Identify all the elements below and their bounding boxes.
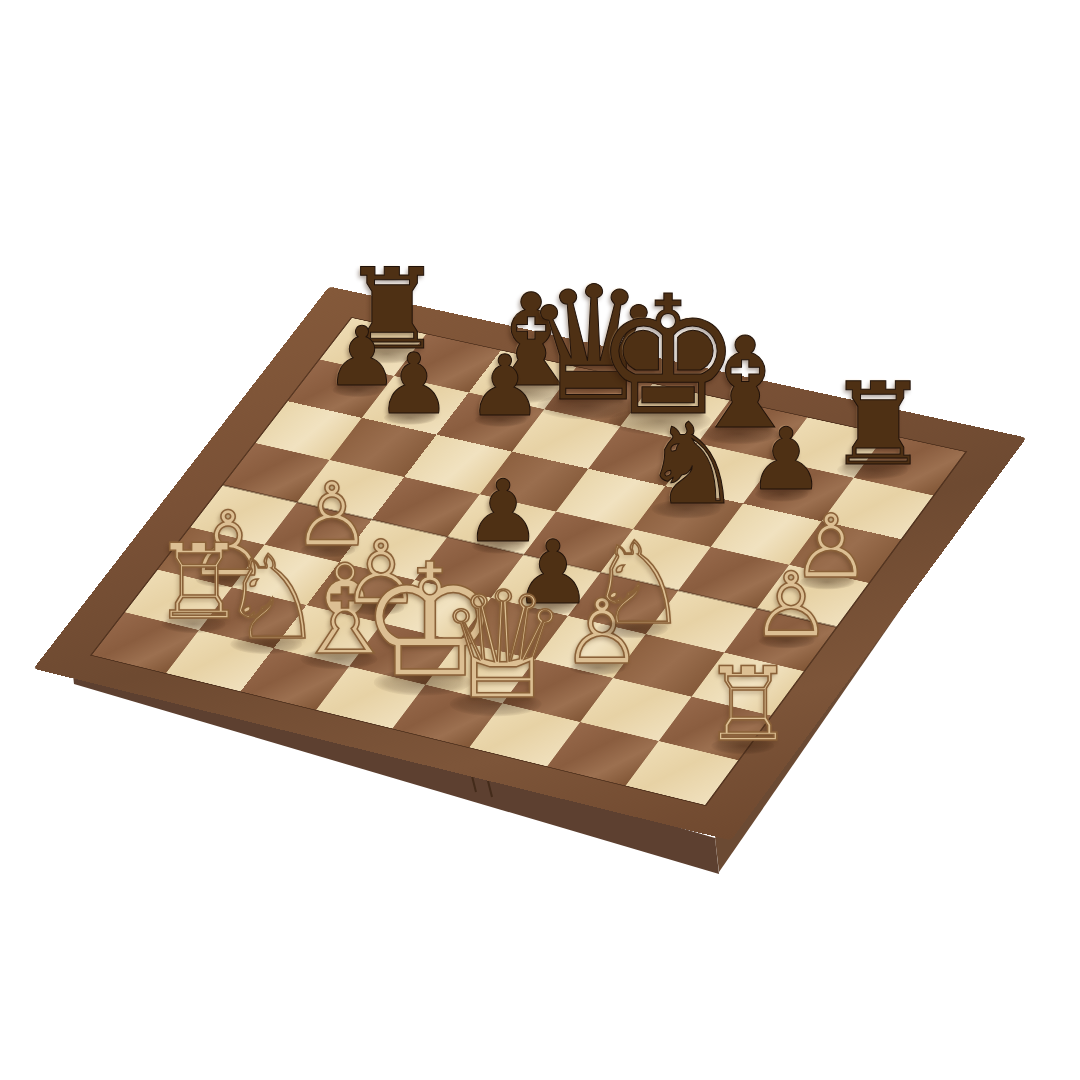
white-rook-h2[interactable]: ♖	[702, 654, 793, 756]
black-knight-f7[interactable]: ♞	[642, 408, 742, 520]
white-pawn-h4[interactable]: ♙	[751, 560, 832, 650]
black-pawn-b7[interactable]: ♟	[376, 342, 451, 426]
black-pawn-g7[interactable]: ♟	[747, 416, 824, 502]
white-knight-f4[interactable]: ♘	[587, 527, 689, 641]
black-rook-h8[interactable]: ♜	[827, 368, 929, 482]
chess-photo-stage: ♜♟♟♝♟♛♚♝♜♟♞♟♟♙♖♘♙♗♙♔♕♙♘♙♙♖ Wooden chess …	[0, 0, 1080, 1080]
white-queen-e2[interactable]: ♕	[437, 572, 570, 720]
